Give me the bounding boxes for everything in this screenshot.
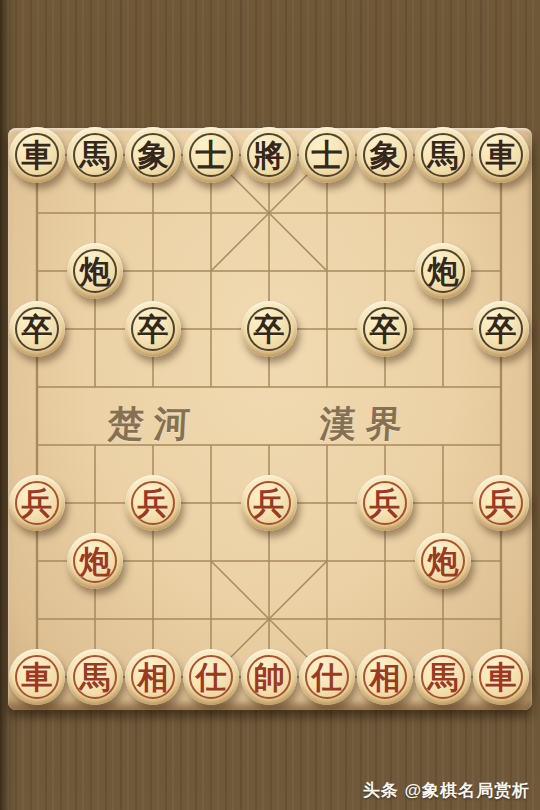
piece-character: 兵 — [486, 475, 517, 531]
piece-black-soldier[interactable]: 卒 — [473, 301, 529, 357]
piece-red-general[interactable]: 帥 — [241, 649, 297, 705]
piece-character: 車 — [486, 649, 517, 705]
piece-character: 兵 — [370, 475, 401, 531]
piece-black-cannon[interactable]: 炮 — [415, 243, 471, 299]
piece-character: 卒 — [370, 301, 401, 357]
piece-black-soldier[interactable]: 卒 — [357, 301, 413, 357]
pieces-layer: 車馬象士將士象馬車炮炮卒卒卒卒卒兵兵兵兵兵炮炮車馬相仕帥仕相馬車 — [0, 0, 540, 810]
piece-character: 象 — [370, 127, 401, 183]
piece-character: 帥 — [254, 649, 285, 705]
piece-character: 卒 — [138, 301, 169, 357]
piece-black-horse[interactable]: 馬 — [415, 127, 471, 183]
piece-character: 車 — [22, 127, 53, 183]
piece-red-cannon[interactable]: 炮 — [67, 533, 123, 589]
piece-character: 相 — [138, 649, 169, 705]
piece-red-soldier[interactable]: 兵 — [125, 475, 181, 531]
piece-red-cannon[interactable]: 炮 — [415, 533, 471, 589]
piece-character: 車 — [486, 127, 517, 183]
piece-character: 兵 — [254, 475, 285, 531]
piece-character: 士 — [196, 127, 227, 183]
piece-red-chariot[interactable]: 車 — [9, 649, 65, 705]
piece-character: 仕 — [312, 649, 343, 705]
piece-black-advisor[interactable]: 士 — [183, 127, 239, 183]
piece-character: 卒 — [486, 301, 517, 357]
piece-red-horse[interactable]: 馬 — [67, 649, 123, 705]
piece-character: 炮 — [428, 243, 459, 299]
piece-character: 炮 — [80, 243, 111, 299]
piece-character: 兵 — [22, 475, 53, 531]
piece-character: 炮 — [428, 533, 459, 589]
piece-character: 車 — [22, 649, 53, 705]
piece-black-horse[interactable]: 馬 — [67, 127, 123, 183]
piece-character: 卒 — [254, 301, 285, 357]
piece-red-soldier[interactable]: 兵 — [9, 475, 65, 531]
piece-character: 士 — [312, 127, 343, 183]
piece-character: 相 — [370, 649, 401, 705]
piece-character: 將 — [254, 127, 285, 183]
piece-red-advisor[interactable]: 仕 — [299, 649, 355, 705]
piece-black-cannon[interactable]: 炮 — [67, 243, 123, 299]
piece-red-horse[interactable]: 馬 — [415, 649, 471, 705]
piece-black-general[interactable]: 將 — [241, 127, 297, 183]
piece-black-chariot[interactable]: 車 — [473, 127, 529, 183]
piece-character: 卒 — [22, 301, 53, 357]
piece-black-elephant[interactable]: 象 — [125, 127, 181, 183]
piece-red-soldier[interactable]: 兵 — [473, 475, 529, 531]
piece-red-soldier[interactable]: 兵 — [241, 475, 297, 531]
piece-black-soldier[interactable]: 卒 — [9, 301, 65, 357]
piece-character: 馬 — [80, 649, 111, 705]
piece-character: 象 — [138, 127, 169, 183]
piece-character: 馬 — [428, 649, 459, 705]
piece-character: 仕 — [196, 649, 227, 705]
piece-red-elephant[interactable]: 相 — [357, 649, 413, 705]
piece-red-elephant[interactable]: 相 — [125, 649, 181, 705]
piece-character: 炮 — [80, 533, 111, 589]
piece-black-soldier[interactable]: 卒 — [125, 301, 181, 357]
piece-black-soldier[interactable]: 卒 — [241, 301, 297, 357]
piece-red-chariot[interactable]: 車 — [473, 649, 529, 705]
piece-character: 兵 — [138, 475, 169, 531]
watermark-text: 头条 @象棋名局赏析 — [363, 779, 530, 802]
piece-red-soldier[interactable]: 兵 — [357, 475, 413, 531]
piece-character: 馬 — [80, 127, 111, 183]
piece-character: 馬 — [428, 127, 459, 183]
piece-red-advisor[interactable]: 仕 — [183, 649, 239, 705]
piece-black-advisor[interactable]: 士 — [299, 127, 355, 183]
piece-black-chariot[interactable]: 車 — [9, 127, 65, 183]
piece-black-elephant[interactable]: 象 — [357, 127, 413, 183]
